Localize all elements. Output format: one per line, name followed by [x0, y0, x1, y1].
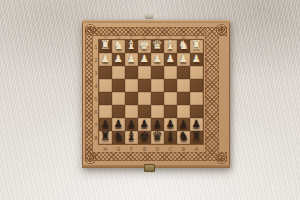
black-knight[interactable]: ♞	[178, 130, 189, 142]
square-c6[interactable]	[164, 105, 177, 118]
coordinate-label: 6	[93, 106, 98, 117]
white-knight[interactable]: ♞	[178, 39, 189, 51]
white-pawn[interactable]: ♟	[127, 54, 136, 64]
square-h4[interactable]	[99, 79, 112, 92]
square-b3[interactable]	[177, 66, 190, 79]
square-g6[interactable]	[112, 105, 125, 118]
white-bishop[interactable]: ♝	[126, 39, 137, 51]
square-a3[interactable]	[190, 66, 203, 79]
rank-labels-right: 12345678	[204, 40, 210, 144]
square-d3[interactable]	[151, 66, 164, 79]
ornament-band-left	[85, 27, 93, 161]
square-h8[interactable]: ♜	[99, 131, 112, 144]
coordinate-label: 8	[93, 132, 98, 143]
square-g4[interactable]	[112, 79, 125, 92]
square-c1[interactable]: ♝	[164, 40, 177, 53]
square-f3[interactable]	[125, 66, 138, 79]
coordinate-label: F	[126, 146, 137, 152]
black-queen[interactable]: ♛	[152, 130, 163, 142]
square-d8[interactable]: ♛	[151, 131, 164, 144]
square-a6[interactable]	[190, 105, 203, 118]
corner-rosette-icon	[85, 153, 96, 164]
square-e4[interactable]	[138, 79, 151, 92]
black-king[interactable]: ♚	[139, 130, 150, 142]
coordinate-label: 6	[204, 106, 209, 117]
square-b5[interactable]	[177, 92, 190, 105]
square-b4[interactable]	[177, 79, 190, 92]
coordinate-label: G	[113, 146, 124, 152]
square-c3[interactable]	[164, 66, 177, 79]
square-d6[interactable]	[151, 105, 164, 118]
corner-rosette-icon	[216, 24, 227, 35]
square-g2[interactable]: ♟	[112, 53, 125, 66]
square-d1[interactable]: ♛	[151, 40, 164, 53]
white-queen[interactable]: ♛	[152, 39, 163, 51]
square-b8[interactable]: ♞	[177, 131, 190, 144]
white-pawn[interactable]: ♟	[153, 54, 162, 64]
square-a8[interactable]: ♜	[190, 131, 203, 144]
white-king[interactable]: ♚	[139, 39, 150, 51]
square-h2[interactable]: ♟	[99, 53, 112, 66]
coordinate-label: 2	[93, 54, 98, 65]
coordinate-label: H	[100, 146, 111, 152]
square-e3[interactable]	[138, 66, 151, 79]
square-f8[interactable]: ♝	[125, 131, 138, 144]
square-f5[interactable]	[125, 92, 138, 105]
coordinate-label: 5	[204, 93, 209, 104]
photo-background: HGFEDCBA HGFEDCBA 12345678 12345678 ♜♞♝♚…	[0, 0, 300, 200]
black-bishop[interactable]: ♝	[165, 130, 176, 142]
white-pawn[interactable]: ♟	[140, 54, 149, 64]
black-pawn[interactable]: ♟	[179, 119, 188, 129]
black-pawn[interactable]: ♟	[127, 119, 136, 129]
square-a5[interactable]	[190, 92, 203, 105]
black-rook[interactable]: ♜	[191, 130, 202, 142]
square-g3[interactable]	[112, 66, 125, 79]
coordinate-label: 1	[93, 41, 98, 52]
clasp-icon	[144, 164, 155, 172]
coordinate-label: 4	[204, 80, 209, 91]
file-labels-bottom: HGFEDCBA	[99, 145, 203, 152]
white-pawn[interactable]: ♟	[114, 54, 123, 64]
board-grid: ♜♞♝♚♛♝♞♜♟♟♟♟♟♟♟♟♟♟♟♟♟♟♟♟♜♞♝♚♛♝♞♜	[99, 40, 203, 144]
coordinate-label: 5	[93, 93, 98, 104]
square-e1[interactable]: ♚	[138, 40, 151, 53]
square-c2[interactable]: ♟	[164, 53, 177, 66]
white-rook[interactable]: ♜	[191, 39, 202, 51]
coordinate-label: 1	[204, 41, 209, 52]
black-knight[interactable]: ♞	[113, 130, 124, 142]
square-d4[interactable]	[151, 79, 164, 92]
square-c5[interactable]	[164, 92, 177, 105]
square-d2[interactable]: ♟	[151, 53, 164, 66]
square-b1[interactable]: ♞	[177, 40, 190, 53]
square-f6[interactable]	[125, 105, 138, 118]
square-a4[interactable]	[190, 79, 203, 92]
coordinate-label: E	[139, 146, 150, 152]
white-knight[interactable]: ♞	[113, 39, 124, 51]
black-pawn[interactable]: ♟	[166, 119, 175, 129]
black-bishop[interactable]: ♝	[126, 130, 137, 142]
square-e8[interactable]: ♚	[138, 131, 151, 144]
coordinate-label: 3	[93, 67, 98, 78]
square-e5[interactable]	[138, 92, 151, 105]
square-d5[interactable]	[151, 92, 164, 105]
coordinate-label: C	[165, 146, 176, 152]
chess-board: HGFEDCBA HGFEDCBA 12345678 12345678 ♜♞♝♚…	[82, 20, 230, 168]
square-e2[interactable]: ♟	[138, 53, 151, 66]
board-top-edge	[82, 20, 230, 23]
coordinate-label: 7	[93, 119, 98, 130]
square-c8[interactable]: ♝	[164, 131, 177, 144]
square-f2[interactable]: ♟	[125, 53, 138, 66]
square-f4[interactable]	[125, 79, 138, 92]
square-h5[interactable]	[99, 92, 112, 105]
black-pawn[interactable]: ♟	[140, 119, 149, 129]
square-g5[interactable]	[112, 92, 125, 105]
black-pawn[interactable]: ♟	[114, 119, 123, 129]
square-a1[interactable]: ♜	[190, 40, 203, 53]
coordinate-label: 3	[204, 67, 209, 78]
black-rook[interactable]: ♜	[100, 130, 111, 142]
square-a2[interactable]: ♟	[190, 53, 203, 66]
coordinate-label: B	[178, 146, 189, 152]
square-c4[interactable]	[164, 79, 177, 92]
coordinate-label: D	[152, 146, 163, 152]
white-rook[interactable]: ♜	[100, 39, 111, 51]
board-bottom-edge	[82, 165, 230, 168]
black-pawn[interactable]: ♟	[153, 119, 162, 129]
square-h3[interactable]	[99, 66, 112, 79]
white-bishop[interactable]: ♝	[165, 39, 176, 51]
white-pawn[interactable]: ♟	[179, 54, 188, 64]
hinge-icon	[145, 15, 153, 19]
square-g8[interactable]: ♞	[112, 131, 125, 144]
corner-rosette-icon	[216, 153, 227, 164]
square-b6[interactable]	[177, 105, 190, 118]
coordinate-label: 7	[204, 119, 209, 130]
square-f1[interactable]: ♝	[125, 40, 138, 53]
white-pawn[interactable]: ♟	[101, 54, 110, 64]
coordinate-label: 8	[204, 132, 209, 143]
black-pawn[interactable]: ♟	[192, 119, 201, 129]
square-e6[interactable]	[138, 105, 151, 118]
coordinate-label: 4	[93, 80, 98, 91]
square-h1[interactable]: ♜	[99, 40, 112, 53]
coordinate-label: 2	[204, 54, 209, 65]
white-pawn[interactable]: ♟	[192, 54, 201, 64]
white-pawn[interactable]: ♟	[166, 54, 175, 64]
coordinate-label: A	[191, 146, 202, 152]
square-b2[interactable]: ♟	[177, 53, 190, 66]
corner-rosette-icon	[85, 24, 96, 35]
black-pawn[interactable]: ♟	[101, 119, 110, 129]
square-h6[interactable]	[99, 105, 112, 118]
square-g1[interactable]: ♞	[112, 40, 125, 53]
